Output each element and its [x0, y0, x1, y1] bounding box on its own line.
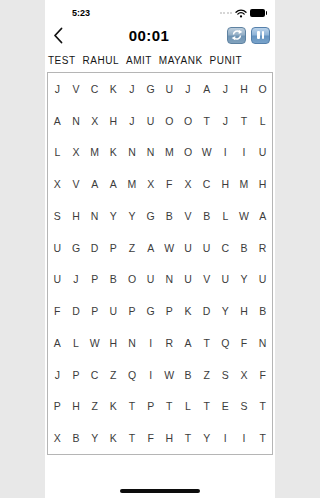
word-item-test: TEST: [48, 55, 76, 66]
grid-cell-r5c7[interactable]: B: [160, 200, 179, 232]
grid-cell-r11c4[interactable]: K: [104, 391, 123, 423]
grid-cell-r12c1[interactable]: X: [48, 422, 67, 454]
grid-cell-r2c7[interactable]: O: [160, 105, 179, 137]
grid-cell-r12c5[interactable]: T: [123, 422, 142, 454]
timer-display: 00:01: [45, 27, 253, 44]
grid-cell-r4c9[interactable]: C: [197, 168, 216, 200]
grid-cell-r6c10[interactable]: C: [216, 232, 235, 264]
grid-cell-r6c9[interactable]: U: [197, 232, 216, 264]
grid-cell-r9c5[interactable]: N: [123, 327, 142, 359]
grid-cell-r10c7[interactable]: W: [160, 359, 179, 391]
grid-cell-r9c4[interactable]: H: [104, 327, 123, 359]
refresh-icon: [231, 29, 243, 41]
grid-cell-r1c8[interactable]: J: [179, 73, 198, 105]
grid-cell-r2c9[interactable]: T: [197, 105, 216, 137]
grid-cell-r7c2[interactable]: J: [67, 264, 86, 296]
grid-cell-r4c10[interactable]: H: [216, 168, 235, 200]
grid-cell-r1c10[interactable]: J: [216, 73, 235, 105]
grid-cell-r7c6[interactable]: U: [141, 264, 160, 296]
grid-cell-r10c3[interactable]: C: [85, 359, 104, 391]
grid-cell-r2c5[interactable]: J: [123, 105, 142, 137]
grid-cell-r12c3[interactable]: Y: [85, 422, 104, 454]
pause-icon: [257, 31, 264, 39]
grid-cell-r8c1[interactable]: F: [48, 295, 67, 327]
grid-cell-r9c3[interactable]: W: [85, 327, 104, 359]
word-list: TESTRAHULAMITMAYANKPUNIT: [45, 50, 275, 68]
grid-cell-r1c12[interactable]: O: [253, 73, 272, 105]
grid-cell-r4c5[interactable]: M: [123, 168, 142, 200]
grid-cell-r11c7[interactable]: T: [160, 391, 179, 423]
nav-buttons: [227, 27, 270, 44]
nav-bar: 00:01: [45, 20, 275, 50]
grid-cell-r8c10[interactable]: Y: [216, 295, 235, 327]
grid-cell-r5c3[interactable]: N: [85, 200, 104, 232]
grid-cell-r6c8[interactable]: U: [179, 232, 198, 264]
grid-cell-r12c8[interactable]: T: [179, 422, 198, 454]
status-bar: 5:23: [45, 0, 275, 20]
grid-cell-r1c9[interactable]: A: [197, 73, 216, 105]
grid-cell-r6c11[interactable]: B: [235, 232, 254, 264]
grid-cell-r11c12[interactable]: T: [253, 391, 272, 423]
grid-cell-r9c7[interactable]: R: [160, 327, 179, 359]
grid-cell-r11c8[interactable]: L: [179, 391, 198, 423]
grid-cell-r11c3[interactable]: Z: [85, 391, 104, 423]
grid-cell-r5c6[interactable]: G: [141, 200, 160, 232]
grid-cell-r6c12[interactable]: R: [253, 232, 272, 264]
grid-cell-r6c2[interactable]: G: [67, 232, 86, 264]
grid-cell-r3c11[interactable]: I: [235, 137, 254, 169]
grid-cell-r7c8[interactable]: U: [179, 264, 198, 296]
grid-cell-r7c9[interactable]: V: [197, 264, 216, 296]
grid-cell-r8c6[interactable]: G: [141, 295, 160, 327]
restart-button[interactable]: [227, 27, 246, 44]
grid-cell-r9c9[interactable]: T: [197, 327, 216, 359]
grid-cell-r4c8[interactable]: X: [179, 168, 198, 200]
grid-cell-r2c12[interactable]: L: [253, 105, 272, 137]
grid-cell-r9c11[interactable]: F: [235, 327, 254, 359]
grid-cell-r11c2[interactable]: H: [67, 391, 86, 423]
grid-cell-r10c2[interactable]: P: [67, 359, 86, 391]
grid-cell-r8c4[interactable]: U: [104, 295, 123, 327]
status-icons: [220, 9, 266, 18]
grid-cell-r1c2[interactable]: V: [67, 73, 86, 105]
grid-cell-r10c1[interactable]: J: [48, 359, 67, 391]
grid-cell-r11c6[interactable]: P: [141, 391, 160, 423]
grid-cell-r3c3[interactable]: M: [85, 137, 104, 169]
grid-cell-r2c8[interactable]: O: [179, 105, 198, 137]
grid-cell-r4c1[interactable]: X: [48, 168, 67, 200]
grid-cell-r2c1[interactable]: A: [48, 105, 67, 137]
grid-cell-r5c5[interactable]: Y: [123, 200, 142, 232]
grid-cell-r4c3[interactable]: A: [85, 168, 104, 200]
grid-cell-r1c11[interactable]: H: [235, 73, 254, 105]
grid-cell-r10c6[interactable]: I: [141, 359, 160, 391]
app-screen: 5:23 00:01: [45, 0, 275, 498]
grid-cell-r3c4[interactable]: K: [104, 137, 123, 169]
grid-cell-r3c12[interactable]: U: [253, 137, 272, 169]
battery-icon: [250, 9, 265, 17]
grid-cell-r10c10[interactable]: S: [216, 359, 235, 391]
pause-button[interactable]: [251, 27, 270, 44]
grid-cell-r11c11[interactable]: S: [235, 391, 254, 423]
grid-cell-r9c6[interactable]: I: [141, 327, 160, 359]
word-item-punit: PUNIT: [210, 55, 243, 66]
grid-cell-r11c9[interactable]: T: [197, 391, 216, 423]
grid-cell-r5c2[interactable]: H: [67, 200, 86, 232]
status-time: 5:23: [72, 8, 90, 18]
back-button[interactable]: [53, 27, 63, 44]
grid-cell-r12c7[interactable]: H: [160, 422, 179, 454]
home-indicator[interactable]: [120, 489, 200, 493]
grid-cell-r3c8[interactable]: O: [179, 137, 198, 169]
grid-cell-r8c8[interactable]: K: [179, 295, 198, 327]
word-grid[interactable]: JVCKJGUJAJHOANXHJUOOTJTLLXMKNNMOWIIUXVAA…: [48, 73, 272, 454]
grid-cell-r8c5[interactable]: P: [123, 295, 142, 327]
grid-cell-r7c4[interactable]: B: [104, 264, 123, 296]
grid-cell-r10c12[interactable]: F: [253, 359, 272, 391]
grid-cell-r5c11[interactable]: W: [235, 200, 254, 232]
grid-cell-r12c6[interactable]: F: [141, 422, 160, 454]
grid-cell-r10c11[interactable]: X: [235, 359, 254, 391]
grid-cell-r1c5[interactable]: J: [123, 73, 142, 105]
word-item-rahul: RAHUL: [83, 55, 119, 66]
grid-cell-r1c7[interactable]: U: [160, 73, 179, 105]
grid-cell-r3c9[interactable]: W: [197, 137, 216, 169]
grid-cell-r8c7[interactable]: P: [160, 295, 179, 327]
grid-cell-r12c2[interactable]: B: [67, 422, 86, 454]
grid-cell-r11c10[interactable]: E: [216, 391, 235, 423]
grid-cell-r9c1[interactable]: A: [48, 327, 67, 359]
grid-cell-r6c4[interactable]: P: [104, 232, 123, 264]
grid-cell-r1c4[interactable]: K: [104, 73, 123, 105]
grid-cell-r8c12[interactable]: B: [253, 295, 272, 327]
grid-cell-r12c12[interactable]: T: [253, 422, 272, 454]
grid-cell-r1c3[interactable]: C: [85, 73, 104, 105]
grid-cell-r11c5[interactable]: T: [123, 391, 142, 423]
grid-cell-r3c2[interactable]: X: [67, 137, 86, 169]
grid-cell-r5c1[interactable]: S: [48, 200, 67, 232]
grid-cell-r9c10[interactable]: Q: [216, 327, 235, 359]
grid-cell-r7c11[interactable]: Y: [235, 264, 254, 296]
grid-cell-r1c6[interactable]: G: [141, 73, 160, 105]
grid-cell-r6c5[interactable]: Z: [123, 232, 142, 264]
grid-cell-r5c10[interactable]: L: [216, 200, 235, 232]
cellular-dots-icon: [220, 12, 233, 14]
grid-cell-r6c7[interactable]: W: [160, 232, 179, 264]
back-chevron-icon: [53, 27, 63, 44]
grid-cell-r7c5[interactable]: O: [123, 264, 142, 296]
grid-cell-r2c2[interactable]: N: [67, 105, 86, 137]
grid-cell-r9c12[interactable]: N: [253, 327, 272, 359]
grid-cell-r9c8[interactable]: A: [179, 327, 198, 359]
grid-cell-r2c4[interactable]: H: [104, 105, 123, 137]
grid-cell-r3c10[interactable]: I: [216, 137, 235, 169]
grid-cell-r7c3[interactable]: P: [85, 264, 104, 296]
grid-cell-r7c10[interactable]: U: [216, 264, 235, 296]
grid-cell-r3c6[interactable]: N: [141, 137, 160, 169]
grid-cell-r10c9[interactable]: Z: [197, 359, 216, 391]
grid-cell-r4c2[interactable]: V: [67, 168, 86, 200]
grid-cell-r10c4[interactable]: Z: [104, 359, 123, 391]
grid-cell-r12c11[interactable]: I: [235, 422, 254, 454]
word-item-mayank: MAYANK: [159, 55, 203, 66]
grid-cell-r6c1[interactable]: U: [48, 232, 67, 264]
grid-cell-r3c1[interactable]: L: [48, 137, 67, 169]
grid-cell-r4c6[interactable]: X: [141, 168, 160, 200]
grid-cell-r3c5[interactable]: N: [123, 137, 142, 169]
grid-cell-r1c1[interactable]: J: [48, 73, 67, 105]
grid-cell-r8c2[interactable]: D: [67, 295, 86, 327]
grid-cell-r12c10[interactable]: I: [216, 422, 235, 454]
grid-cell-r5c8[interactable]: V: [179, 200, 198, 232]
word-item-amit: AMIT: [126, 55, 152, 66]
grid-cell-r5c4[interactable]: Y: [104, 200, 123, 232]
grid-cell-r4c4[interactable]: A: [104, 168, 123, 200]
grid-cell-r2c10[interactable]: J: [216, 105, 235, 137]
grid-cell-r7c12[interactable]: U: [253, 264, 272, 296]
grid-cell-r6c6[interactable]: A: [141, 232, 160, 264]
grid-cell-r8c11[interactable]: H: [235, 295, 254, 327]
grid-cell-r10c8[interactable]: B: [179, 359, 198, 391]
grid-cell-r3c7[interactable]: M: [160, 137, 179, 169]
grid-cell-r4c7[interactable]: F: [160, 168, 179, 200]
grid-cell-r11c1[interactable]: P: [48, 391, 67, 423]
puzzle-board: JVCKJGUJAJHOANXHJUOOTJTLLXMKNNMOWIIUXVAA…: [47, 72, 273, 455]
grid-cell-r7c1[interactable]: U: [48, 264, 67, 296]
grid-cell-r8c9[interactable]: D: [197, 295, 216, 327]
grid-cell-r5c12[interactable]: A: [253, 200, 272, 232]
wifi-icon: [235, 9, 247, 18]
grid-cell-r10c5[interactable]: Q: [123, 359, 142, 391]
grid-cell-r12c9[interactable]: Y: [197, 422, 216, 454]
grid-cell-r7c7[interactable]: N: [160, 264, 179, 296]
grid-cell-r12c4[interactable]: K: [104, 422, 123, 454]
grid-cell-r4c12[interactable]: H: [253, 168, 272, 200]
grid-cell-r2c6[interactable]: U: [141, 105, 160, 137]
grid-cell-r5c9[interactable]: B: [197, 200, 216, 232]
grid-cell-r2c3[interactable]: X: [85, 105, 104, 137]
grid-cell-r6c3[interactable]: D: [85, 232, 104, 264]
grid-cell-r9c2[interactable]: L: [67, 327, 86, 359]
grid-cell-r8c3[interactable]: P: [85, 295, 104, 327]
grid-cell-r2c11[interactable]: T: [235, 105, 254, 137]
grid-cell-r4c11[interactable]: M: [235, 168, 254, 200]
